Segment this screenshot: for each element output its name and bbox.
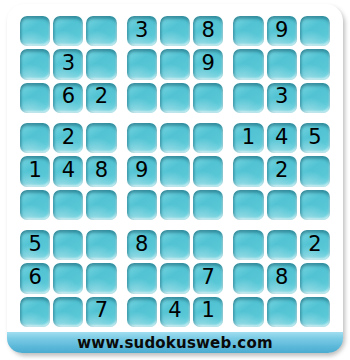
cell-r5c6[interactable] — [193, 156, 223, 186]
given-digit: 5 — [28, 234, 41, 255]
cell-r5c3[interactable]: 8 — [86, 156, 116, 186]
cell-r1c3[interactable] — [86, 16, 116, 46]
cell-r1c9[interactable] — [300, 16, 330, 46]
cell-r4c6[interactable] — [193, 123, 223, 153]
cell-r5c8[interactable]: 2 — [267, 156, 297, 186]
cell-r5c1[interactable]: 1 — [20, 156, 50, 186]
cell-r9c7[interactable] — [233, 297, 263, 327]
given-digit: 6 — [62, 86, 75, 107]
cell-r1c7[interactable] — [233, 16, 263, 46]
cell-r9c1[interactable] — [20, 297, 50, 327]
cell-r3c8[interactable]: 3 — [267, 83, 297, 113]
given-digit: 3 — [135, 20, 148, 41]
cell-r7c3[interactable] — [86, 230, 116, 260]
cell-r4c8[interactable]: 4 — [267, 123, 297, 153]
sudoku-box-8: 8741 — [124, 227, 227, 330]
sudoku-box-3: 93 — [230, 13, 333, 116]
cell-r9c3[interactable]: 7 — [86, 297, 116, 327]
given-digit: 4 — [168, 300, 181, 321]
given-digit: 9 — [202, 53, 215, 74]
given-digit: 2 — [308, 234, 321, 255]
cell-r2c1[interactable] — [20, 49, 50, 79]
cell-r1c5[interactable] — [160, 16, 190, 46]
given-digit: 3 — [275, 86, 288, 107]
cell-r8c5[interactable] — [160, 263, 190, 293]
cell-r2c2[interactable]: 3 — [53, 49, 83, 79]
cell-r6c4[interactable] — [127, 190, 157, 220]
cell-r3c9[interactable] — [300, 83, 330, 113]
cell-r3c7[interactable] — [233, 83, 263, 113]
cell-r6c8[interactable] — [267, 190, 297, 220]
sudoku-box-7: 567 — [17, 227, 120, 330]
cell-r8c2[interactable] — [53, 263, 83, 293]
sudoku-box-2: 389 — [124, 13, 227, 116]
cell-r4c9[interactable]: 5 — [300, 123, 330, 153]
cell-r7c4[interactable]: 8 — [127, 230, 157, 260]
given-digit: 2 — [95, 86, 108, 107]
given-digit: 6 — [28, 267, 41, 288]
cell-r4c1[interactable] — [20, 123, 50, 153]
given-digit: 9 — [275, 20, 288, 41]
cell-r1c8[interactable]: 9 — [267, 16, 297, 46]
cell-r9c9[interactable] — [300, 297, 330, 327]
sudoku-box-9: 28 — [230, 227, 333, 330]
cell-r7c9[interactable]: 2 — [300, 230, 330, 260]
sudoku-frame: 36238993214891452567874128 www.sudokuswe… — [7, 4, 343, 353]
given-digit: 1 — [202, 300, 215, 321]
sudoku-box-4: 2148 — [17, 120, 120, 223]
given-digit: 2 — [62, 127, 75, 148]
sudoku-box-1: 362 — [17, 13, 120, 116]
cell-r6c6[interactable] — [193, 190, 223, 220]
cell-r8c1[interactable]: 6 — [20, 263, 50, 293]
cell-r1c4[interactable]: 3 — [127, 16, 157, 46]
cell-r2c4[interactable] — [127, 49, 157, 79]
cell-r6c7[interactable] — [233, 190, 263, 220]
cell-r9c2[interactable] — [53, 297, 83, 327]
cell-r9c4[interactable] — [127, 297, 157, 327]
cell-r3c1[interactable] — [20, 83, 50, 113]
cell-r7c6[interactable] — [193, 230, 223, 260]
cell-r8c4[interactable] — [127, 263, 157, 293]
cell-r6c3[interactable] — [86, 190, 116, 220]
given-digit: 8 — [135, 234, 148, 255]
cell-r3c3[interactable]: 2 — [86, 83, 116, 113]
cell-r6c5[interactable] — [160, 190, 190, 220]
cell-r4c4[interactable] — [127, 123, 157, 153]
cell-r5c7[interactable] — [233, 156, 263, 186]
cell-r2c5[interactable] — [160, 49, 190, 79]
cell-r3c6[interactable] — [193, 83, 223, 113]
cell-r1c6[interactable]: 8 — [193, 16, 223, 46]
cell-r1c2[interactable] — [53, 16, 83, 46]
cell-r2c8[interactable] — [267, 49, 297, 79]
cell-r5c2[interactable]: 4 — [53, 156, 83, 186]
cell-r9c5[interactable]: 4 — [160, 297, 190, 327]
cell-r8c8[interactable]: 8 — [267, 263, 297, 293]
cell-r5c9[interactable] — [300, 156, 330, 186]
cell-r7c1[interactable]: 5 — [20, 230, 50, 260]
cell-r4c3[interactable] — [86, 123, 116, 153]
cell-r8c6[interactable]: 7 — [193, 263, 223, 293]
sudoku-board: 36238993214891452567874128 — [17, 13, 333, 330]
cell-r5c5[interactable] — [160, 156, 190, 186]
cell-r6c9[interactable] — [300, 190, 330, 220]
given-digit: 1 — [242, 127, 255, 148]
cell-r3c4[interactable] — [127, 83, 157, 113]
cell-r7c2[interactable] — [53, 230, 83, 260]
given-digit: 5 — [308, 127, 321, 148]
given-digit: 4 — [62, 160, 75, 181]
cell-r4c2[interactable]: 2 — [53, 123, 83, 153]
cell-r8c9[interactable] — [300, 263, 330, 293]
cell-r3c2[interactable]: 6 — [53, 83, 83, 113]
cell-r2c7[interactable] — [233, 49, 263, 79]
cell-r8c7[interactable] — [233, 263, 263, 293]
given-digit: 7 — [95, 300, 108, 321]
cell-r9c6[interactable]: 1 — [193, 297, 223, 327]
given-digit: 2 — [275, 160, 288, 181]
cell-r2c9[interactable] — [300, 49, 330, 79]
sudoku-box-5: 9 — [124, 120, 227, 223]
cell-r1c1[interactable] — [20, 16, 50, 46]
given-digit: 8 — [275, 267, 288, 288]
site-link[interactable]: www.sudokusweb.com — [7, 332, 343, 353]
given-digit: 9 — [135, 160, 148, 181]
cell-r6c1[interactable] — [20, 190, 50, 220]
cell-r2c3[interactable] — [86, 49, 116, 79]
cell-r4c7[interactable]: 1 — [233, 123, 263, 153]
given-digit: 7 — [202, 267, 215, 288]
given-digit: 8 — [95, 160, 108, 181]
cell-r3c5[interactable] — [160, 83, 190, 113]
sudoku-screenshot: 36238993214891452567874128 www.sudokuswe… — [0, 0, 350, 360]
cell-r2c6[interactable]: 9 — [193, 49, 223, 79]
given-digit: 4 — [275, 127, 288, 148]
cell-r7c5[interactable] — [160, 230, 190, 260]
cell-r7c8[interactable] — [267, 230, 297, 260]
given-digit: 3 — [62, 53, 75, 74]
sudoku-box-6: 1452 — [230, 120, 333, 223]
cell-r4c5[interactable] — [160, 123, 190, 153]
cell-r7c7[interactable] — [233, 230, 263, 260]
cell-r9c8[interactable] — [267, 297, 297, 327]
given-digit: 1 — [28, 160, 41, 181]
cell-r5c4[interactable]: 9 — [127, 156, 157, 186]
cell-r8c3[interactable] — [86, 263, 116, 293]
cell-r6c2[interactable] — [53, 190, 83, 220]
given-digit: 8 — [202, 20, 215, 41]
